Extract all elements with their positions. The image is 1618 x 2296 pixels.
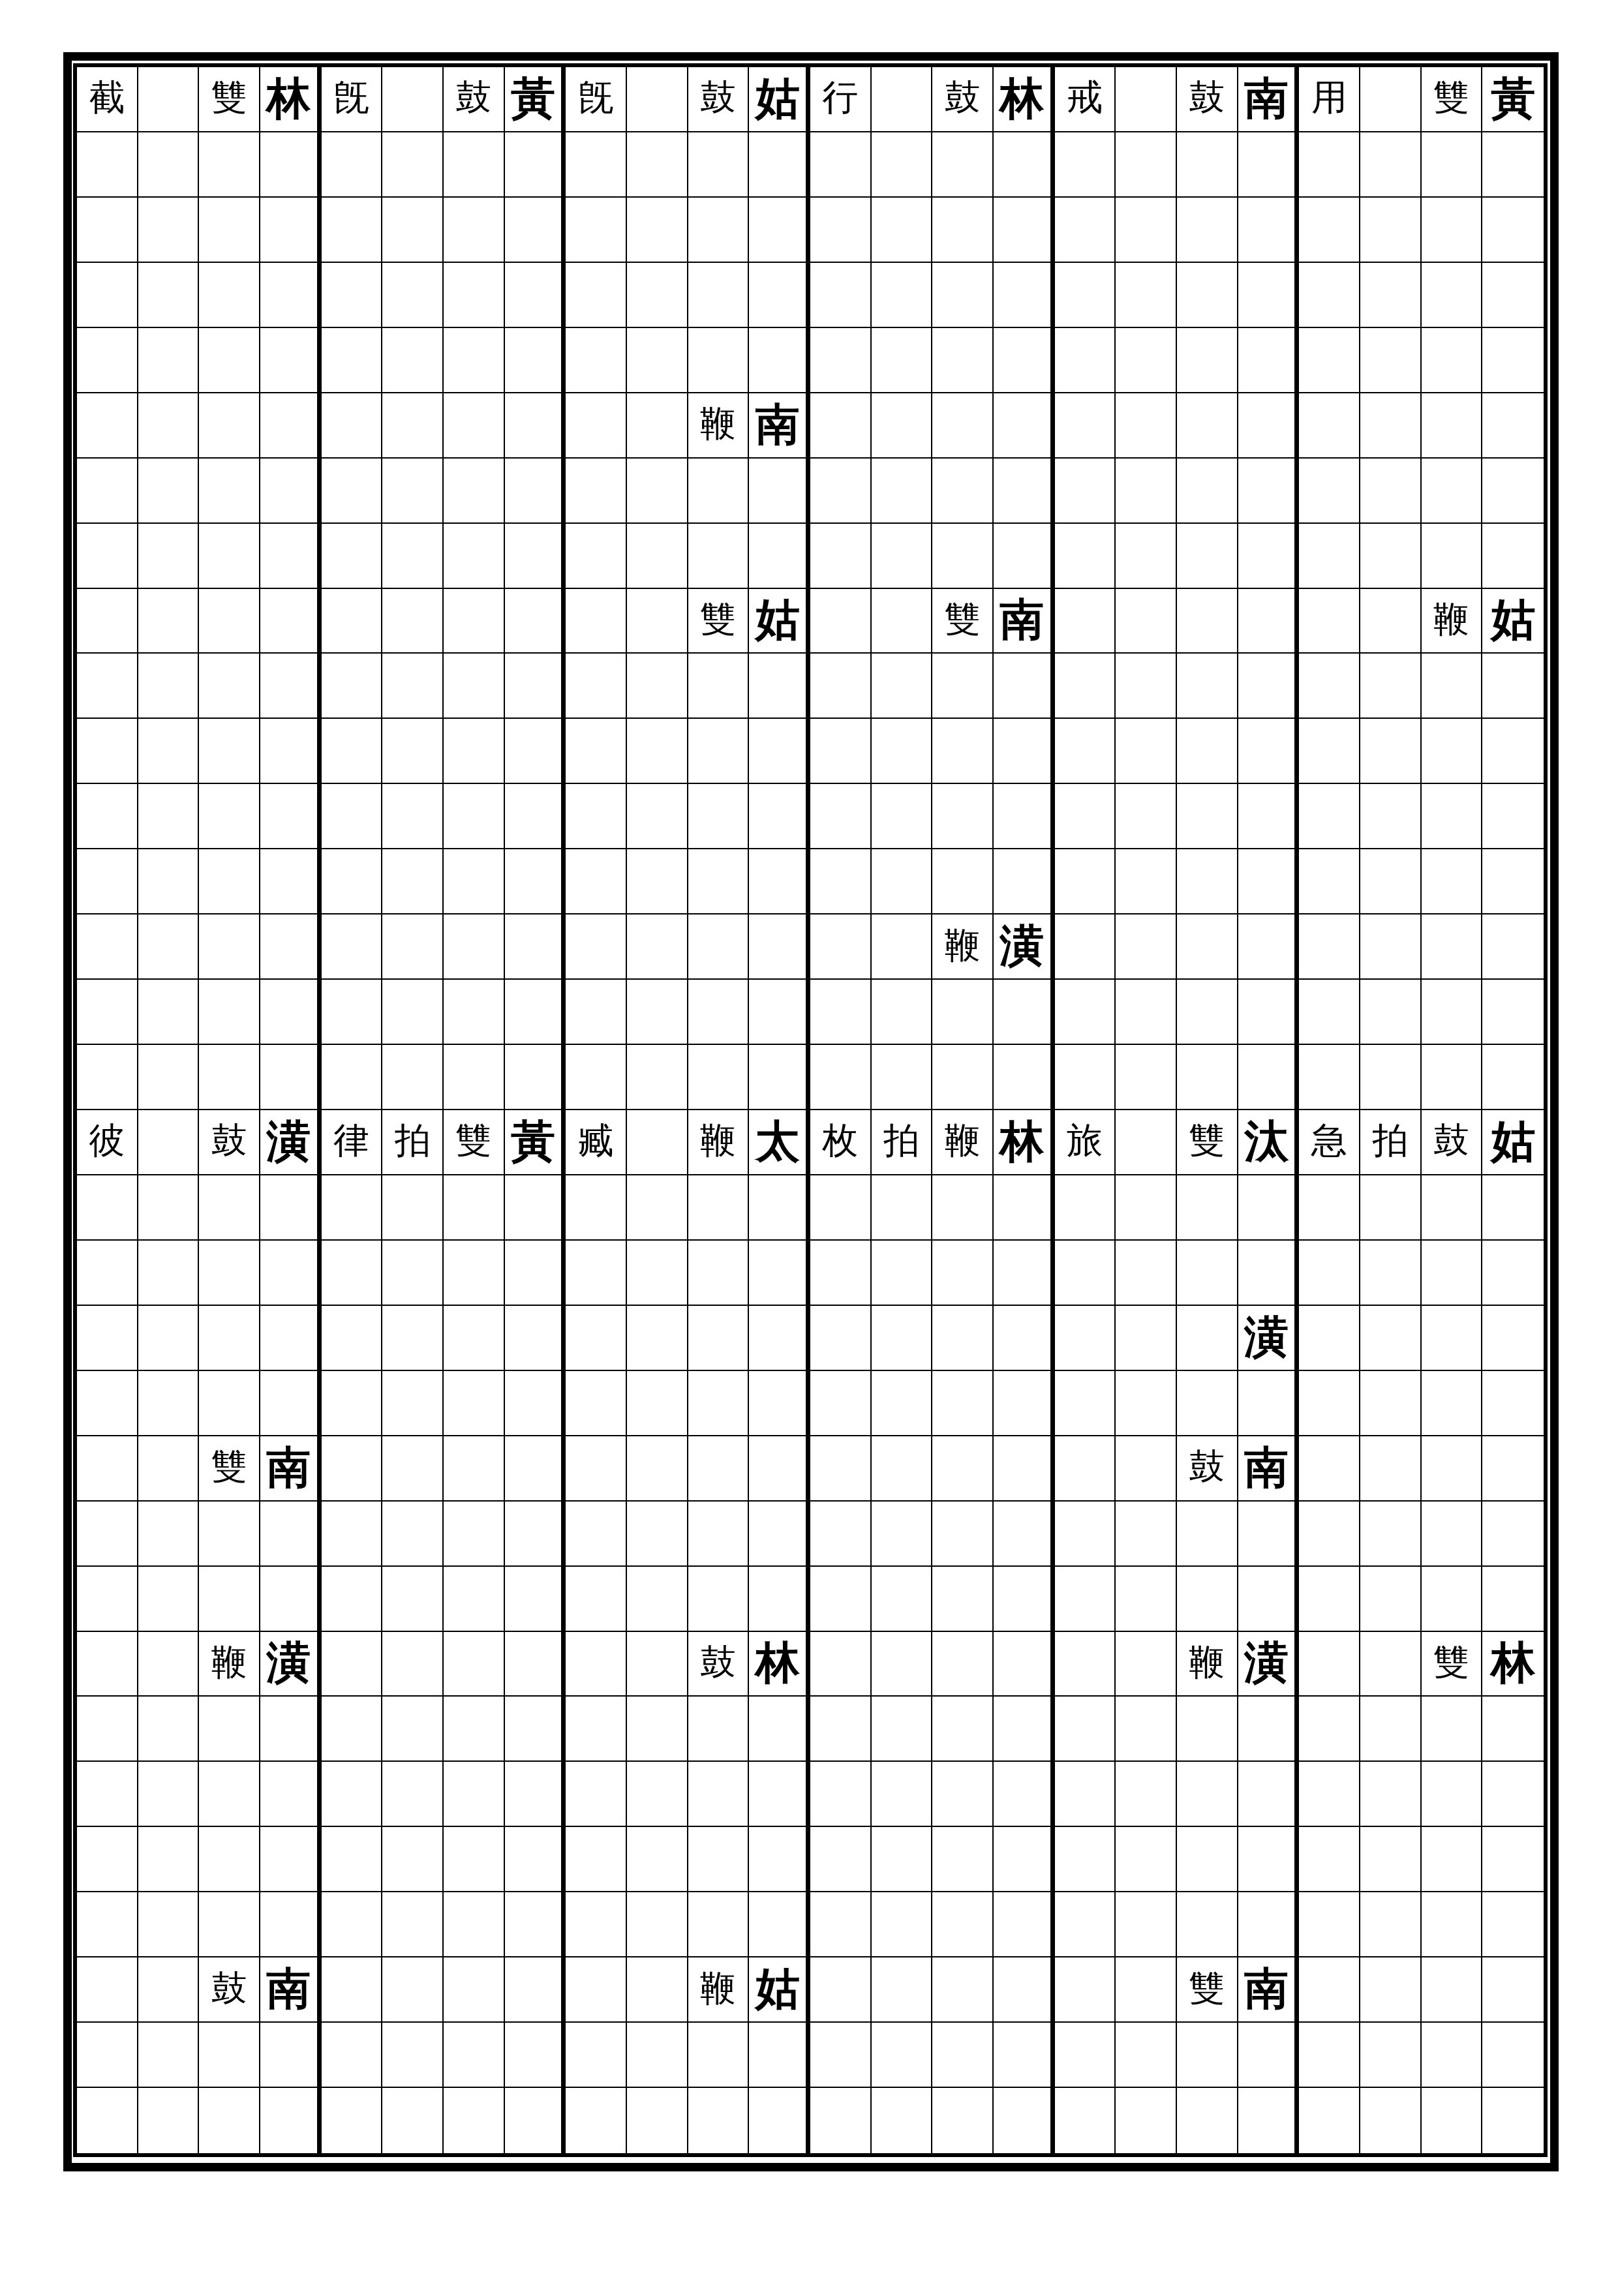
jeonggan-cell-r19-c3 [260,1306,322,1371]
jeonggan-cell-r12-c11 [749,849,810,914]
jeonggan-cell-r9-c17 [1116,654,1177,719]
jeonggan-cell-r26-c9 [627,1762,688,1827]
jeonggan-cell-r22-c12 [810,1502,872,1567]
jeonggan-cell-r12-c22 [1422,849,1483,914]
jeonggan-cell-r16-c1 [138,1110,200,1175]
drum-glyph: 雙 [1433,1644,1469,1680]
jeonggan-cell-r31-c1 [138,2088,200,2153]
jeonggan-cell-r0-c0: 截 [77,67,138,132]
jeonggan-cell-r17-c6 [444,1175,505,1241]
jeonggan-cell-r7-c15 [994,524,1055,589]
jeonggan-cell-r22-c10 [688,1502,750,1567]
jeonggan-cell-r13-c10 [688,914,750,980]
jeonggan-cell-r20-c9 [627,1371,688,1436]
jeonggan-cell-r30-c19 [1238,2023,1300,2088]
jeonggan-cell-r3-c21 [1360,263,1422,328]
jeonggan-cell-r6-c8 [566,459,627,524]
jeonggan-cell-r4-c18 [1177,328,1238,393]
jeonggan-cell-r24-c17 [1116,1632,1177,1697]
jeonggan-cell-r19-c14 [932,1306,994,1371]
jeonggan-cell-r0-c19: 南 [1238,67,1300,132]
jeonggan-cell-r7-c2 [199,524,260,589]
jeonggan-cell-r13-c13 [872,914,933,980]
jeonggan-cell-r18-c17 [1116,1241,1177,1306]
jeonggan-cell-r20-c5 [382,1371,444,1436]
jeonggan-cell-r11-c19 [1238,784,1300,849]
jeonggan-cell-r11-c1 [138,784,200,849]
jeonggan-cell-r27-c17 [1116,1827,1177,1892]
jeonggan-cell-r5-c15 [994,393,1055,459]
jeonggan-cell-r20-c10 [688,1371,750,1436]
jeonggan-cell-r24-c19: 潢 [1238,1632,1300,1697]
jeonggan-cell-r9-c2 [199,654,260,719]
jeonggan-cell-r1-c13 [872,132,933,198]
jeonggan-cell-r15-c7 [505,1045,566,1110]
jeonggan-cell-r16-c9 [627,1110,688,1175]
jeonggan-cell-r17-c21 [1360,1175,1422,1241]
jeonggan-cell-r11-c18 [1177,784,1238,849]
jeonggan-cell-r3-c15 [994,263,1055,328]
jeonggan-cell-r19-c6 [444,1306,505,1371]
jeonggan-cell-r12-c19 [1238,849,1300,914]
jeonggan-cell-r30-c9 [627,2023,688,2088]
jeonggan-cell-r17-c2 [199,1175,260,1241]
jeonggan-cell-r12-c21 [1360,849,1422,914]
jeonggan-cell-r11-c5 [382,784,444,849]
jeonggan-cell-r7-c7 [505,524,566,589]
pitch-glyph: 林 [756,1640,800,1684]
jeonggan-cell-r5-c14 [932,393,994,459]
jeonggan-cell-r24-c21 [1360,1632,1422,1697]
jeonggan-cell-r21-c9 [627,1436,688,1502]
jeonggan-cell-r30-c7 [505,2023,566,2088]
jeonggan-cell-r20-c2 [199,1371,260,1436]
jeonggan-cell-r27-c3 [260,1827,322,1892]
jeonggan-cell-r8-c5 [382,589,444,654]
jeonggan-cell-r21-c23 [1482,1436,1544,1502]
jeonggan-cell-r19-c18 [1177,1306,1238,1371]
jeonggan-cell-r22-c3 [260,1502,322,1567]
jeonggan-cell-r17-c15 [994,1175,1055,1241]
jeonggan-cell-r18-c23 [1482,1241,1544,1306]
lyric-glyph: 行 [822,80,858,115]
jeonggan-cell-r9-c11 [749,654,810,719]
jeonggan-cell-r13-c9 [627,914,688,980]
jeonggan-cell-r26-c12 [810,1762,872,1827]
jeonggan-cell-r23-c1 [138,1567,200,1632]
jeonggan-cell-r14-c17 [1116,980,1177,1045]
jeonggan-cell-r8-c6 [444,589,505,654]
jeonggan-cell-r4-c12 [810,328,872,393]
jeonggan-cell-r21-c4 [322,1436,383,1502]
jeonggan-cell-r30-c3 [260,2023,322,2088]
pitch-glyph: 潢 [1244,1314,1289,1359]
jeonggan-cell-r21-c10 [688,1436,750,1502]
jeonggan-cell-r19-c7 [505,1306,566,1371]
jeonggan-cell-r7-c0 [77,524,138,589]
jeonggan-cell-r26-c19 [1238,1762,1300,1827]
jeonggan-cell-r12-c18 [1177,849,1238,914]
jeonggan-cell-r5-c9 [627,393,688,459]
jeonggan-cell-r21-c3: 南 [260,1436,322,1502]
jeonggan-cell-r24-c12 [810,1632,872,1697]
jeonggan-cell-r15-c12 [810,1045,872,1110]
jeonggan-cell-r4-c15 [994,328,1055,393]
jeonggan-cell-r26-c15 [994,1762,1055,1827]
jeonggan-cell-r27-c9 [627,1827,688,1892]
jeonggan-cell-r25-c8 [566,1697,627,1762]
lyric-glyph: 截 [89,80,125,115]
jeonggan-cell-r11-c22 [1422,784,1483,849]
jeonggan-cell-r10-c12 [810,719,872,784]
jeonggan-cell-r27-c20 [1299,1827,1360,1892]
jeonggan-cell-r27-c7 [505,1827,566,1892]
jeonggan-cell-r9-c14 [932,654,994,719]
jeonggan-cell-r28-c16 [1055,1892,1116,1957]
beat-glyph: 拍 [883,1123,919,1158]
jeonggan-cell-r23-c16 [1055,1567,1116,1632]
jeonggan-cell-r16-c21: 拍 [1360,1110,1422,1175]
jeonggan-cell-r13-c1 [138,914,200,980]
jeonggan-cell-r1-c5 [382,132,444,198]
jeonggan-cell-r12-c7 [505,849,566,914]
jeonggan-cell-r18-c1 [138,1241,200,1306]
jeonggan-cell-r11-c21 [1360,784,1422,849]
jeonggan-cell-r20-c21 [1360,1371,1422,1436]
jeonggan-cell-r10-c20 [1299,719,1360,784]
jeonggan-cell-r26-c20 [1299,1762,1360,1827]
jeonggan-cell-r17-c11 [749,1175,810,1241]
drum-glyph: 雙 [211,1449,247,1485]
jeonggan-cell-r31-c6 [444,2088,505,2153]
jeonggan-cell-r25-c0 [77,1697,138,1762]
jeonggan-cell-r6-c7 [505,459,566,524]
jeonggan-cell-r10-c10 [688,719,750,784]
jeonggan-cell-r18-c16 [1055,1241,1116,1306]
jeonggan-cell-r28-c21 [1360,1892,1422,1957]
jeonggan-cell-r8-c8 [566,589,627,654]
jeonggan-cell-r16-c14: 鞭 [932,1110,994,1175]
jeonggan-cell-r11-c15 [994,784,1055,849]
jeonggan-cell-r17-c8 [566,1175,627,1241]
jeonggan-cell-r27-c1 [138,1827,200,1892]
drum-glyph: 鼓 [1189,1449,1225,1485]
jeonggan-cell-r6-c22 [1422,459,1483,524]
jeonggan-cell-r0-c18: 鼓 [1177,67,1238,132]
jeonggan-cell-r10-c3 [260,719,322,784]
jeonggan-cell-r3-c1 [138,263,200,328]
jeonggan-cell-r31-c5 [382,2088,444,2153]
jeonggan-cell-r20-c22 [1422,1371,1483,1436]
jeonggan-cell-r23-c11 [749,1567,810,1632]
jeonggan-cell-r30-c22 [1422,2023,1483,2088]
jeonggan-cell-r3-c9 [627,263,688,328]
jeonggan-cell-r2-c20 [1299,198,1360,263]
jeonggan-cell-r26-c2 [199,1762,260,1827]
drum-glyph: 鞭 [1433,601,1469,637]
jeonggan-cell-r12-c4 [322,849,383,914]
jeonggan-cell-r11-c10 [688,784,750,849]
jeonggan-cell-r4-c19 [1238,328,1300,393]
jeonggan-cell-r14-c12 [810,980,872,1045]
jeonggan-cell-r26-c23 [1482,1762,1544,1827]
jeonggan-cell-r1-c11 [749,132,810,198]
jeonggan-cell-r11-c17 [1116,784,1177,849]
jeonggan-cell-r8-c12 [810,589,872,654]
jeonggan-cell-r29-c22 [1422,1957,1483,2023]
lyric-glyph: 旅 [1067,1123,1103,1158]
jeonggan-cell-r15-c5 [382,1045,444,1110]
jeonggan-cell-r17-c14 [932,1175,994,1241]
drum-glyph: 鞭 [211,1644,247,1680]
jeonggan-cell-r20-c18 [1177,1371,1238,1436]
jeonggan-cell-r6-c10 [688,459,750,524]
drum-glyph: 雙 [945,601,981,637]
jeonggan-cell-r28-c5 [382,1892,444,1957]
score-page: 截雙林旣鼓黃旣鼓姑行鼓林戒鼓南用雙黃鞭南雙姑雙南鞭姑鞭潢彼鼓潢律拍雙黃臧鞭太枚拍… [0,0,1618,2296]
lyric-glyph: 用 [1311,80,1347,115]
jeonggan-cell-r24-c22: 雙 [1422,1632,1483,1697]
jeonggan-cell-r3-c6 [444,263,505,328]
jeonggan-cell-r11-c11 [749,784,810,849]
jeonggan-cell-r25-c18 [1177,1697,1238,1762]
jeonggan-cell-r13-c6 [444,914,505,980]
jeonggan-cell-r24-c16 [1055,1632,1116,1697]
drum-glyph: 雙 [700,601,736,637]
jeonggan-cell-r20-c14 [932,1371,994,1436]
jeonggan-cell-r27-c14 [932,1827,994,1892]
jeonggan-cell-r2-c14 [932,198,994,263]
jeonggan-cell-r0-c11: 姑 [749,67,810,132]
jeonggan-cell-r1-c14 [932,132,994,198]
jeonggan-cell-r30-c18 [1177,2023,1238,2088]
jeonggan-cell-r21-c8 [566,1436,627,1502]
jeonggan-cell-r30-c11 [749,2023,810,2088]
jeonggan-cell-r20-c0 [77,1371,138,1436]
jeonggan-cell-r22-c5 [382,1502,444,1567]
jeonggan-cell-r5-c22 [1422,393,1483,459]
jeonggan-cell-r17-c17 [1116,1175,1177,1241]
jeonggan-cell-r14-c3 [260,980,322,1045]
jeonggan-cell-r22-c18 [1177,1502,1238,1567]
jeonggan-cell-r11-c13 [872,784,933,849]
jeonggan-cell-r20-c16 [1055,1371,1116,1436]
jeonggan-cell-r0-c5 [382,67,444,132]
jeonggan-cell-r23-c4 [322,1567,383,1632]
jeonggan-cell-r1-c8 [566,132,627,198]
jeonggan-cell-r11-c7 [505,784,566,849]
jeonggan-cell-r15-c10 [688,1045,750,1110]
jeonggan-cell-r7-c23 [1482,524,1544,589]
jeonggan-cell-r23-c15 [994,1567,1055,1632]
jeonggan-cell-r21-c16 [1055,1436,1116,1502]
jeonggan-cell-r25-c7 [505,1697,566,1762]
jeonggan-cell-r13-c22 [1422,914,1483,980]
jeonggan-cell-r6-c21 [1360,459,1422,524]
lyric-glyph: 彼 [89,1123,125,1158]
jeonggan-cell-r25-c14 [932,1697,994,1762]
jeonggan-cell-r5-c7 [505,393,566,459]
jeonggan-cell-r1-c17 [1116,132,1177,198]
jeonggan-cell-r15-c17 [1116,1045,1177,1110]
jeonggan-cell-r3-c23 [1482,263,1544,328]
jeonggan-cell-r6-c20 [1299,459,1360,524]
pitch-glyph: 潢 [1000,923,1044,967]
jeonggan-cell-r21-c7 [505,1436,566,1502]
jeonggan-cell-r22-c23 [1482,1502,1544,1567]
jeonggan-cell-r14-c7 [505,980,566,1045]
jeonggan-cell-r16-c16: 旅 [1055,1110,1116,1175]
jeonggan-cell-r18-c14 [932,1241,994,1306]
jeonggan-cell-r17-c16 [1055,1175,1116,1241]
jeonggan-cell-r13-c14: 鞭 [932,914,994,980]
pitch-glyph: 林 [266,76,311,120]
jeonggan-cell-r18-c20 [1299,1241,1360,1306]
jeonggan-cell-r1-c23 [1482,132,1544,198]
jeonggan-cell-r3-c18 [1177,263,1238,328]
jeonggan-cell-r19-c2 [199,1306,260,1371]
jeonggan-cell-r0-c8: 旣 [566,67,627,132]
jeonggan-cell-r18-c6 [444,1241,505,1306]
jeonggan-cell-r29-c17 [1116,1957,1177,2023]
jeonggan-cell-r5-c6 [444,393,505,459]
jeonggan-cell-r31-c4 [322,2088,383,2153]
jeonggan-cell-r4-c3 [260,328,322,393]
jeonggan-cell-r19-c19: 潢 [1238,1306,1300,1371]
jeonggan-cell-r22-c7 [505,1502,566,1567]
jeonggan-cell-r20-c17 [1116,1371,1177,1436]
drum-glyph: 鞭 [700,406,736,442]
jeonggan-cell-r12-c2 [199,849,260,914]
jeonggan-cell-r0-c10: 鼓 [688,67,750,132]
jeonggan-cell-r3-c20 [1299,263,1360,328]
jeonggan-cell-r4-c21 [1360,328,1422,393]
jeonggan-cell-r26-c17 [1116,1762,1177,1827]
jeonggan-cell-r31-c16 [1055,2088,1116,2153]
jeonggan-cell-r2-c16 [1055,198,1116,263]
jeonggan-cell-r14-c9 [627,980,688,1045]
jeonggan-cell-r0-c15: 林 [994,67,1055,132]
jeonggan-cell-r3-c2 [199,263,260,328]
jeonggan-cell-r30-c21 [1360,2023,1422,2088]
jeonggan-cell-r6-c9 [627,459,688,524]
drum-glyph: 鼓 [455,80,491,115]
jeonggan-cell-r20-c4 [322,1371,383,1436]
jeonggan-cell-r5-c12 [810,393,872,459]
jeonggan-cell-r13-c21 [1360,914,1422,980]
jeonggan-cell-r6-c12 [810,459,872,524]
jeonggan-cell-r1-c16 [1055,132,1116,198]
jeonggan-cell-r7-c18 [1177,524,1238,589]
jeonggan-cell-r20-c12 [810,1371,872,1436]
jeonggan-cell-r16-c6: 雙 [444,1110,505,1175]
jeonggan-cell-r19-c21 [1360,1306,1422,1371]
jeonggan-cell-r10-c14 [932,719,994,784]
jeonggan-cell-r20-c15 [994,1371,1055,1436]
jeonggan-cell-r23-c10 [688,1567,750,1632]
jeonggan-cell-r10-c2 [199,719,260,784]
jeonggan-cell-r29-c2: 鼓 [199,1957,260,2023]
jeonggan-cell-r2-c1 [138,198,200,263]
jeonggan-cell-r20-c1 [138,1371,200,1436]
jeonggan-cell-r27-c18 [1177,1827,1238,1892]
jeonggan-cell-r30-c15 [994,2023,1055,2088]
jeonggan-cell-r16-c8: 臧 [566,1110,627,1175]
jeonggan-cell-r11-c16 [1055,784,1116,849]
jeonggan-cell-r15-c3 [260,1045,322,1110]
jeonggan-cell-r10-c13 [872,719,933,784]
jeonggan-cell-r17-c22 [1422,1175,1483,1241]
jeonggan-cell-r6-c3 [260,459,322,524]
jeonggan-cell-r14-c8 [566,980,627,1045]
jeonggan-cell-r31-c22 [1422,2088,1483,2153]
jeonggan-cell-r13-c17 [1116,914,1177,980]
jeonggan-cell-r9-c3 [260,654,322,719]
jeonggan-cell-r19-c23 [1482,1306,1544,1371]
jeonggan-cell-r28-c12 [810,1892,872,1957]
jeonggan-cell-r11-c23 [1482,784,1544,849]
jeonggan-cell-r28-c1 [138,1892,200,1957]
jeonggan-cell-r1-c0 [77,132,138,198]
jeonggan-cell-r14-c0 [77,980,138,1045]
jeonggan-cell-r31-c10 [688,2088,750,2153]
jeonggan-cell-r16-c15: 林 [994,1110,1055,1175]
jeonggan-cell-r29-c11: 姑 [749,1957,810,2023]
jeonggan-cell-r5-c20 [1299,393,1360,459]
jeonggan-cell-r14-c18 [1177,980,1238,1045]
jeonggan-cell-r7-c17 [1116,524,1177,589]
jeonggan-cell-r31-c17 [1116,2088,1177,2153]
jeonggan-cell-r21-c17 [1116,1436,1177,1502]
jeonggan-cell-r2-c15 [994,198,1055,263]
jeonggan-cell-r29-c5 [382,1957,444,2023]
jeonggan-cell-r29-c7 [505,1957,566,2023]
jeonggan-cell-r1-c1 [138,132,200,198]
jeonggan-cell-r19-c15 [994,1306,1055,1371]
jeonggan-cell-r18-c2 [199,1241,260,1306]
jeonggan-cell-r4-c0 [77,328,138,393]
jeonggan-cell-r29-c9 [627,1957,688,2023]
jeonggan-cell-r3-c14 [932,263,994,328]
jeonggan-cell-r21-c18: 鼓 [1177,1436,1238,1502]
jeonggan-cell-r31-c23 [1482,2088,1544,2153]
jeonggan-cell-r18-c19 [1238,1241,1300,1306]
jeonggan-cell-r31-c2 [199,2088,260,2153]
jeonggan-cell-r16-c11: 太 [749,1110,810,1175]
jeonggan-cell-r13-c20 [1299,914,1360,980]
jeonggan-cell-r8-c1 [138,589,200,654]
jeonggan-cell-r24-c9 [627,1632,688,1697]
jeonggan-cell-r19-c11 [749,1306,810,1371]
drum-glyph: 鼓 [700,80,736,115]
jeonggan-cell-r23-c2 [199,1567,260,1632]
jeonggan-cell-r13-c3 [260,914,322,980]
drum-glyph: 鞭 [1189,1644,1225,1680]
jeonggan-cell-r29-c4 [322,1957,383,2023]
jeonggan-cell-r22-c8 [566,1502,627,1567]
jeonggan-cell-r1-c10 [688,132,750,198]
jeonggan-cell-r9-c9 [627,654,688,719]
jeonggan-cell-r0-c17 [1116,67,1177,132]
jeonggan-cell-r21-c2: 雙 [199,1436,260,1502]
pitch-glyph: 姑 [1491,597,1535,641]
jeonggan-cell-r13-c16 [1055,914,1116,980]
jeonggan-cell-r27-c13 [872,1827,933,1892]
jeonggan-cell-r16-c17 [1116,1110,1177,1175]
jeonggan-cell-r4-c5 [382,328,444,393]
drum-glyph: 雙 [455,1123,491,1158]
jeonggan-cell-r27-c22 [1422,1827,1483,1892]
